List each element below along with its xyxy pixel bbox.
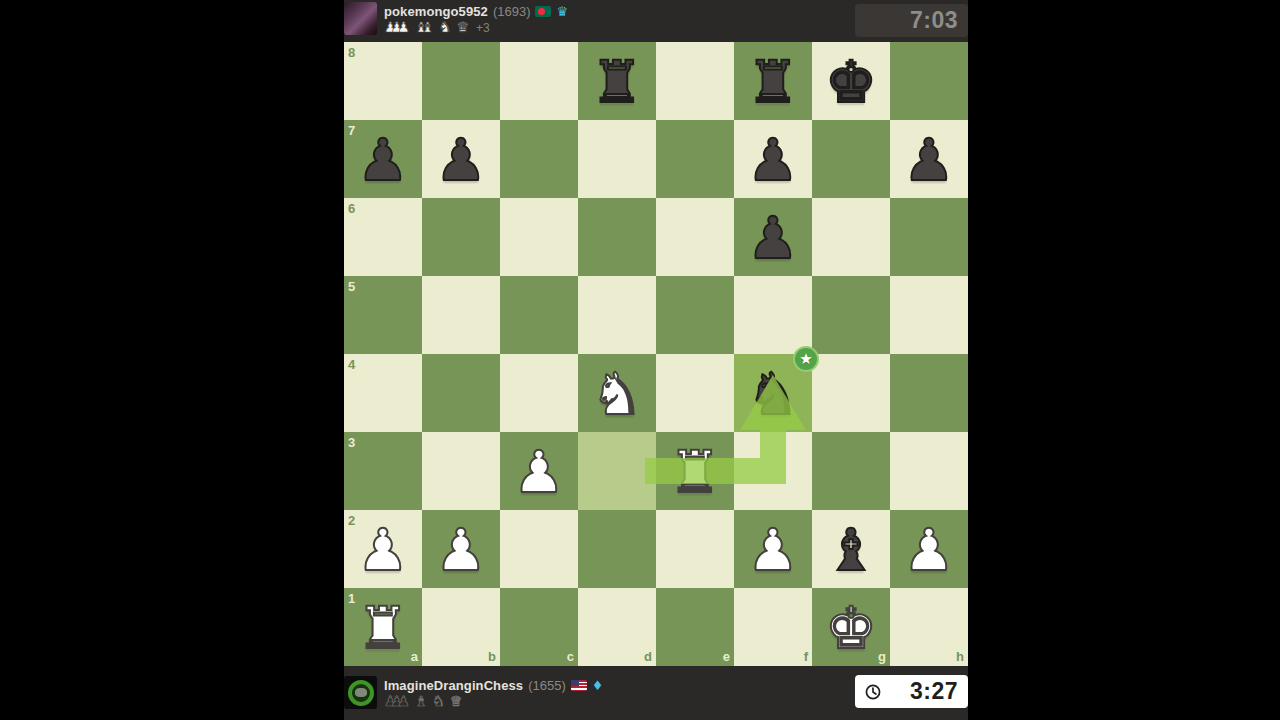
square-b6[interactable] [422,198,500,276]
square-a6[interactable]: 6 [344,198,422,276]
square-e5[interactable] [656,276,734,354]
square-d3[interactable] [578,432,656,510]
square-d1[interactable]: d [578,588,656,666]
square-h4[interactable] [890,354,968,432]
square-b1[interactable]: b [422,588,500,666]
captured-queen-icon: ♛ [450,694,463,709]
captured-bishop-icon: ♝ [415,694,428,709]
white-king-g1[interactable]: ♚ [812,588,890,666]
material-advantage: +3 [476,21,490,35]
square-e1[interactable]: e [656,588,734,666]
captured-group: ♞ [432,694,445,709]
square-f5[interactable] [734,276,812,354]
bottom-player-avatar[interactable] [344,676,377,709]
black-rook-d8[interactable]: ♜ [578,42,656,120]
square-a4[interactable]: 4 [344,354,422,432]
white-pawn-c3[interactable]: ♟ [500,432,578,510]
white-pawn-f2[interactable]: ♟ [734,510,812,588]
captured-knight-icon: ♞ [432,694,445,709]
square-b4[interactable] [422,354,500,432]
top-captured-pieces: ♟♟♟♝♝♞♛+3 [384,20,568,35]
square-g3[interactable] [812,432,890,510]
white-pawn-h2[interactable]: ♟ [890,510,968,588]
captured-queen-icon: ♛ [456,20,469,35]
square-d6[interactable] [578,198,656,276]
square-a5[interactable]: 5 [344,276,422,354]
rank-label-4: 4 [348,358,355,371]
black-pawn-a7[interactable]: ♟ [344,120,422,198]
square-h3[interactable] [890,432,968,510]
captured-knight-icon: ♞ [439,20,452,35]
square-d2[interactable] [578,510,656,588]
square-d5[interactable] [578,276,656,354]
square-h5[interactable] [890,276,968,354]
captured-pawn-icon: ♟ [397,20,410,35]
square-h6[interactable] [890,198,968,276]
square-g4[interactable] [812,354,890,432]
bottom-player-rating: (1655) [528,678,566,693]
black-pawn-b7[interactable]: ♟ [422,120,500,198]
square-c6[interactable] [500,198,578,276]
black-pawn-h7[interactable]: ♟ [890,120,968,198]
crown-badge-icon: ♛ [556,5,568,18]
screen: pokemongo5952 (1693) ♛ ♟♟♟♝♝♞♛+3 7:03 87… [0,0,1280,720]
square-b5[interactable] [422,276,500,354]
black-rook-f8[interactable]: ♜ [734,42,812,120]
square-c4[interactable] [500,354,578,432]
captured-group: ♝ [415,694,428,709]
square-c7[interactable] [500,120,578,198]
square-g7[interactable] [812,120,890,198]
white-rook-e3[interactable]: ♜ [656,432,734,510]
square-c1[interactable]: c [500,588,578,666]
square-e7[interactable] [656,120,734,198]
captured-group: ♟♟♟ [384,694,410,709]
square-d7[interactable] [578,120,656,198]
captured-group: ♟♟♟ [384,20,410,35]
file-label-c: c [567,650,574,663]
white-knight-d4[interactable]: ♞ [578,354,656,432]
square-c8[interactable] [500,42,578,120]
captured-pawn-icon: ♟ [397,694,410,709]
best-move-star-badge: ★ [793,346,819,372]
clock-icon [864,683,882,701]
file-label-f: f [804,650,808,663]
top-player-rating: (1693) [493,4,531,19]
captured-group: ♝♝ [415,20,434,35]
top-player-username[interactable]: pokemongo5952 [384,4,488,19]
captured-group: ♛ [450,694,463,709]
square-a3[interactable]: 3 [344,432,422,510]
rank-label-3: 3 [348,436,355,449]
square-e8[interactable] [656,42,734,120]
file-label-d: d [644,650,652,663]
chess-board[interactable]: 87654321abcdefgh♜♜♚♟♟♟♟♟♞♞♟♜♟♟♟♝♟♜♚★ [344,42,968,666]
game-column: pokemongo5952 (1693) ♛ ♟♟♟♝♝♞♛+3 7:03 87… [344,0,968,720]
diamond-badge-icon: ♦ [592,679,604,692]
avatar-logo [348,680,374,706]
square-c5[interactable] [500,276,578,354]
captured-group: ♞ [439,20,452,35]
square-g5[interactable] [812,276,890,354]
bottom-player-username[interactable]: ImagineDranginChess [384,678,523,693]
top-player-bar: pokemongo5952 (1693) ♛ ♟♟♟♝♝♞♛+3 7:03 [344,0,968,42]
rank-label-6: 6 [348,202,355,215]
black-pawn-f6[interactable]: ♟ [734,198,812,276]
square-c2[interactable] [500,510,578,588]
top-player-clock: 7:03 [855,4,968,37]
square-f1[interactable]: f [734,588,812,666]
file-label-h: h [956,650,964,663]
black-pawn-f7[interactable]: ♟ [734,120,812,198]
captured-group: ♛ [456,20,469,35]
file-label-e: e [723,650,730,663]
white-rook-a1[interactable]: ♜ [344,588,422,666]
rank-label-5: 5 [348,280,355,293]
square-b8[interactable] [422,42,500,120]
square-a8[interactable]: 8 [344,42,422,120]
white-pawn-b2[interactable]: ♟ [422,510,500,588]
black-king-g8[interactable]: ♚ [812,42,890,120]
square-e4[interactable] [656,354,734,432]
us-flag-icon [571,680,587,691]
top-player-avatar[interactable] [344,2,377,35]
square-e6[interactable] [656,198,734,276]
square-f3[interactable] [734,432,812,510]
square-e2[interactable] [656,510,734,588]
rank-label-8: 8 [348,46,355,59]
square-b3[interactable] [422,432,500,510]
square-h1[interactable]: h [890,588,968,666]
square-g6[interactable] [812,198,890,276]
square-h8[interactable] [890,42,968,120]
black-bishop-g2[interactable]: ♝ [812,510,890,588]
captured-bishop-icon: ♝ [421,20,434,35]
file-label-b: b [488,650,496,663]
white-pawn-a2[interactable]: ♟ [344,510,422,588]
bottom-captured-pieces: ♟♟♟♝♞♛ [384,694,603,709]
bottom-player-clock: 3:27 [855,675,968,708]
bangladesh-flag-icon [535,6,551,17]
bottom-player-bar: ImagineDranginChess (1655) ♦ ♟♟♟♝♞♛ 3:27 [344,666,968,720]
